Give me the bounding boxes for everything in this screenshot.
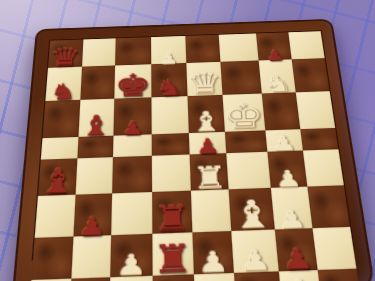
white-pawn-piece[interactable]: ♟: [274, 167, 302, 190]
square-f1[interactable]: [296, 91, 335, 129]
white-queen-piece[interactable]: ♛: [187, 69, 223, 99]
white-pawn-piece[interactable]: ♟: [271, 133, 297, 154]
white-pawn-piece[interactable]: ♟: [116, 251, 147, 281]
square-g5[interactable]: ♞: [151, 63, 187, 97]
square-b4[interactable]: ♟: [193, 231, 235, 274]
square-d5[interactable]: [152, 154, 191, 192]
square-e4[interactable]: ♟: [189, 132, 227, 155]
square-b1[interactable]: [313, 227, 357, 270]
white-rook-piece[interactable]: ♜: [192, 162, 228, 194]
white-king-piece[interactable]: ♚: [223, 99, 265, 134]
square-e1[interactable]: [300, 128, 338, 151]
square-d8[interactable]: ♝: [38, 158, 78, 196]
square-g7[interactable]: [81, 65, 116, 99]
square-c7[interactable]: ♟: [74, 193, 113, 236]
square-h6[interactable]: [115, 37, 151, 65]
square-c3[interactable]: ♝: [229, 188, 275, 231]
white-pawn-piece[interactable]: ♟: [160, 52, 178, 67]
square-f3[interactable]: ♚: [223, 93, 266, 131]
square-d3[interactable]: [227, 152, 271, 190]
square-e3[interactable]: [225, 130, 267, 153]
red-pawn-piece[interactable]: ♟: [122, 119, 144, 138]
square-g2[interactable]: ♞: [259, 59, 296, 93]
square-h5[interactable]: ♟: [151, 36, 186, 64]
square-e8[interactable]: [41, 137, 79, 160]
square-g3[interactable]: [221, 60, 262, 94]
square-e6[interactable]: [113, 134, 152, 157]
square-f2[interactable]: [262, 92, 300, 130]
square-c4[interactable]: [191, 189, 232, 232]
white-bishop-piece[interactable]: ♝: [190, 107, 223, 135]
board-tilt-wrapper: ♛♟♟♞♚♞♛♞♝♟♝♚♟♟♝♜♟♟♜♝♟♟♜♟♟♟♟: [0, 0, 375, 281]
white-knight-piece[interactable]: ♞: [264, 73, 293, 96]
square-d1[interactable]: [303, 149, 344, 186]
red-knight-piece[interactable]: ♞: [156, 77, 183, 100]
red-king-piece[interactable]: ♚: [114, 69, 151, 101]
red-bishop-piece[interactable]: ♝: [38, 164, 78, 199]
red-pawn-piece[interactable]: ♟: [196, 136, 221, 157]
red-bishop-piece[interactable]: ♝: [80, 111, 113, 139]
square-g1[interactable]: [292, 58, 330, 92]
square-d4[interactable]: ♜: [190, 153, 229, 190]
square-g8[interactable]: ♞: [45, 67, 82, 101]
square-f8[interactable]: [42, 100, 80, 138]
square-c8[interactable]: [35, 195, 76, 238]
white-bishop-piece[interactable]: ♝: [230, 194, 275, 234]
square-d6[interactable]: [112, 156, 152, 194]
square-c2[interactable]: ♟: [271, 187, 313, 230]
white-pawn-piece[interactable]: ♟: [283, 275, 318, 281]
square-h3[interactable]: [219, 33, 259, 61]
square-c1[interactable]: [307, 185, 350, 228]
square-b3[interactable]: ♟: [232, 229, 279, 272]
square-b6[interactable]: ♟: [110, 234, 152, 277]
white-pawn-piece[interactable]: ♟: [198, 248, 230, 278]
square-f4[interactable]: ♝: [188, 95, 226, 133]
square-b7[interactable]: [72, 235, 112, 278]
square-b5[interactable]: ♜: [152, 232, 194, 275]
square-h8[interactable]: ♛: [48, 39, 84, 67]
board-grid: ♛♟♟♞♚♞♛♞♝♟♝♚♟♟♝♜♟♟♜♝♟♟♜♟♟♟♟: [32, 30, 355, 260]
square-h7[interactable]: [82, 38, 116, 66]
square-h1[interactable]: [288, 31, 324, 59]
square-d2[interactable]: ♟: [267, 150, 307, 187]
red-pawn-piece[interactable]: ♟: [281, 245, 314, 275]
red-knight-piece[interactable]: ♞: [49, 81, 77, 104]
square-f7[interactable]: ♝: [79, 99, 115, 137]
square-e5[interactable]: [152, 133, 190, 156]
square-h2[interactable]: ♟: [256, 32, 292, 60]
square-g4[interactable]: ♛: [186, 62, 222, 96]
chess-photo-scene: ♛♟♟♞♚♞♛♞♝♟♝♚♟♟♝♜♟♟♜♝♟♟♜♟♟♟♟: [0, 0, 375, 281]
square-d7[interactable]: [76, 157, 113, 195]
red-queen-piece[interactable]: ♛: [49, 44, 82, 70]
white-pawn-piece[interactable]: ♟: [240, 246, 273, 276]
square-g6[interactable]: ♚: [114, 64, 151, 98]
square-c5[interactable]: ♜: [152, 191, 192, 234]
square-c6[interactable]: [111, 192, 152, 235]
red-pawn-piece[interactable]: ♟: [79, 213, 107, 239]
square-b8[interactable]: [31, 237, 73, 280]
red-rook-piece[interactable]: ♜: [152, 239, 194, 279]
chess-board: ♛♟♟♞♚♞♛♞♝♟♝♚♟♟♝♜♟♟♜♝♟♟♜♟♟♟♟: [11, 19, 375, 281]
square-f5[interactable]: [152, 96, 189, 134]
square-f6[interactable]: ♟: [114, 97, 152, 135]
square-e7[interactable]: [78, 136, 114, 159]
square-b2[interactable]: ♟: [275, 228, 318, 271]
red-rook-piece[interactable]: ♜: [153, 201, 191, 237]
square-e2[interactable]: ♟: [265, 129, 303, 152]
red-pawn-piece[interactable]: ♟: [265, 48, 284, 63]
square-a1[interactable]: [318, 269, 362, 281]
white-pawn-piece[interactable]: ♟: [278, 207, 308, 233]
square-a7[interactable]: [70, 277, 110, 281]
square-h4[interactable]: [186, 35, 221, 63]
